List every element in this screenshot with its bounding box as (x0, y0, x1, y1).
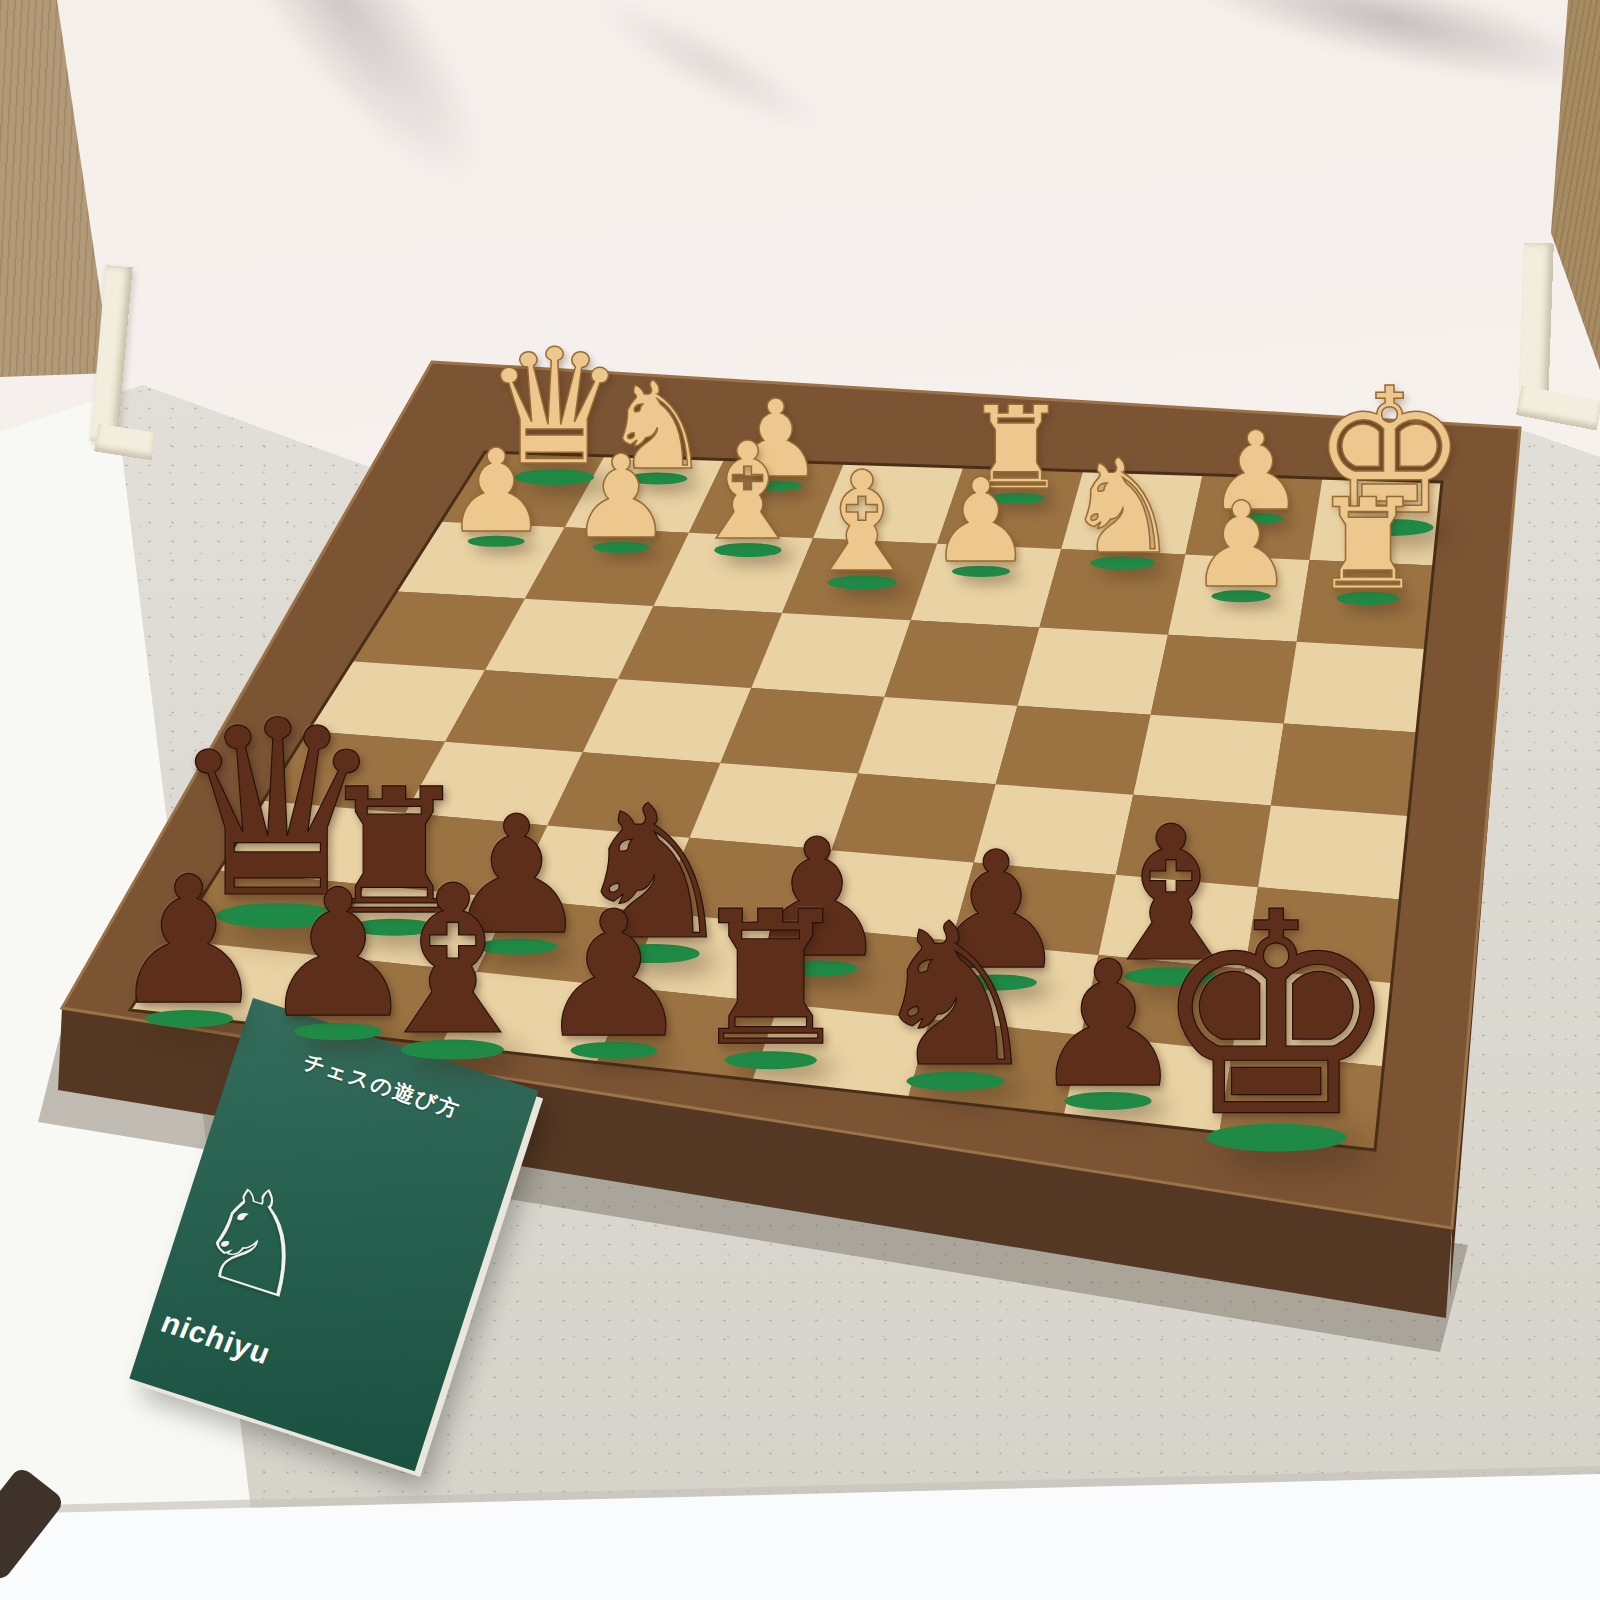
square-e6[interactable] (884, 620, 1039, 706)
square-f7[interactable] (1039, 549, 1185, 635)
square-h5[interactable] (1271, 724, 1417, 816)
square-h8[interactable] (1310, 478, 1443, 565)
square-f5[interactable] (996, 706, 1151, 795)
square-h3[interactable] (1245, 887, 1400, 983)
square-f3[interactable] (952, 862, 1116, 954)
square-e5[interactable] (858, 697, 1018, 784)
square-f8[interactable] (1061, 471, 1203, 555)
knight-icon: ♘ (175, 1146, 340, 1334)
scene: ♛♞♟♜♟♚♟♟♝♝♟♞♟♜♛♜♟♞♟♟♝♟♟♝♟♜♞♟♚ チェスの遊び方 ♘ … (0, 0, 1600, 1600)
square-d3[interactable] (659, 838, 832, 927)
square-e2[interactable] (779, 927, 952, 1019)
square-f4[interactable] (974, 784, 1134, 875)
square-g7[interactable] (1168, 555, 1310, 642)
square-h7[interactable] (1297, 560, 1434, 649)
square-f6[interactable] (1018, 627, 1169, 714)
square-g3[interactable] (1099, 875, 1259, 969)
square-h2[interactable] (1232, 969, 1392, 1067)
square-d2[interactable] (628, 913, 806, 1004)
square-f2[interactable] (930, 941, 1099, 1035)
square-g5[interactable] (1133, 715, 1284, 806)
square-h4[interactable] (1258, 805, 1409, 899)
square-g4[interactable] (1116, 795, 1271, 887)
square-g2[interactable] (1081, 955, 1245, 1051)
square-g6[interactable] (1151, 635, 1297, 724)
square-g8[interactable] (1185, 475, 1322, 561)
square-h6[interactable] (1284, 642, 1426, 733)
square-e7[interactable] (911, 544, 1062, 628)
square-e4[interactable] (832, 774, 996, 863)
square-e3[interactable] (805, 850, 974, 941)
